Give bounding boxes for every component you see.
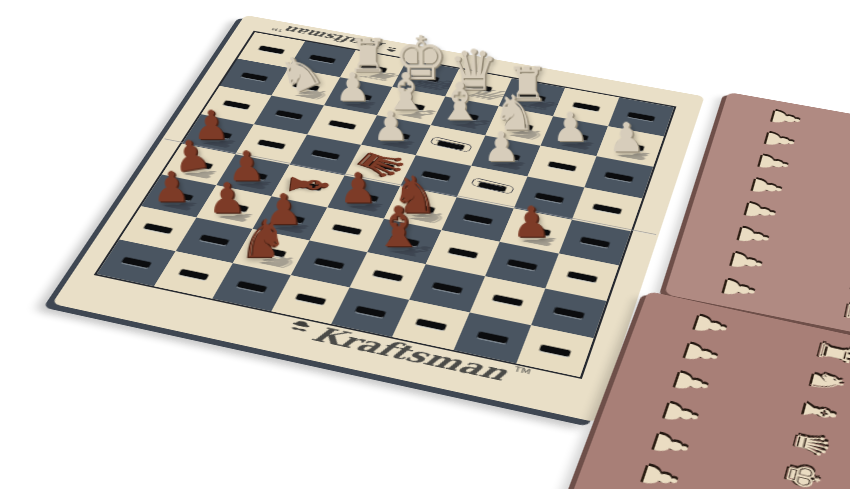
piece-slot [373, 270, 403, 281]
paperclip-cutout [429, 136, 473, 152]
piece-slot [329, 120, 356, 129]
piece-slot [200, 235, 229, 246]
piece-slot [241, 73, 267, 82]
piece-slot [554, 307, 585, 319]
tray-cutout-bishop: ♝ [796, 396, 840, 428]
paperclip-cutout [470, 177, 515, 194]
tray-cutout-pawn: ♟ [747, 175, 785, 199]
piece-slot [312, 150, 340, 160]
tray-cutout-queen: ♛ [788, 427, 833, 460]
trademark-symbol: TM [271, 27, 283, 33]
product-photo-scene: Kraftsman TM ♜♜♚♚♛♛♜♜♞♞♟♟♝♝♝♝♞♞♟♟♟♟♟♟♟♟♟… [0, 0, 850, 489]
tray-cutout-rook: ♜ [812, 338, 850, 368]
piece-slot [355, 306, 386, 318]
piece-slot [314, 258, 344, 269]
tray-cutout-pawn: ♟ [688, 311, 731, 340]
piece-slot [567, 271, 597, 282]
tray-cutout-pawn: ♟ [733, 223, 773, 249]
board-grid: ♜♜♚♚♛♛♜♜♞♞♟♟♝♝♝♝♞♞♟♟♟♟♟♟♟♟♟♟♛♟♟♟♟♝♟♟♞♞♟♟… [94, 31, 677, 379]
tray-cutout-pawn: ♟ [658, 398, 703, 430]
tray-cutout-pawn: ♟ [636, 460, 683, 489]
piece-slot [179, 269, 209, 280]
cream-knight-b7[interactable]: ♞ [272, 50, 327, 98]
piece-slot [432, 282, 462, 293]
tray-cutout-pawn: ♟ [767, 107, 804, 129]
tray-cutout-king: ♚ [779, 459, 825, 489]
piece-slot [122, 257, 152, 268]
piece-slot [477, 332, 508, 344]
piece-slot [332, 224, 361, 234]
piece-slot [593, 204, 622, 214]
tray-cutout-pawn: ♟ [718, 275, 759, 302]
chess-board: Kraftsman TM ♜♜♚♚♛♛♜♜♞♞♟♟♝♝♝♝♞♞♟♟♟♟♟♟♟♟♟… [52, 15, 705, 422]
tray-cutout-pawn: ♟ [647, 428, 693, 461]
tray-cutout-pawn: ♟ [740, 199, 779, 224]
cream-pawn-g7[interactable]: ♟ [541, 107, 598, 147]
red-knight-c2[interactable]: ♞ [233, 212, 294, 265]
cream-pawn-c7[interactable]: ♟ [325, 68, 380, 107]
piece-slot [493, 295, 523, 306]
cream-pawn-d6[interactable]: ♟ [362, 106, 419, 146]
piece-slot [463, 214, 492, 224]
piece-slot [144, 223, 173, 233]
tray-cutout-rook: ♜ [840, 299, 850, 327]
tray-cutout-pawn: ♟ [668, 368, 712, 399]
tray-cutout-pawn: ♟ [678, 339, 722, 369]
bowler-hat-man-icon [283, 316, 315, 343]
piece-slot [605, 172, 633, 182]
red-bishop-e3[interactable]: ♝ [368, 198, 429, 254]
piece-slot [507, 259, 537, 270]
piece-slot [296, 294, 326, 305]
piece-slot [548, 162, 576, 172]
tray-cutout-knight: ♞ [805, 367, 848, 398]
cream-pawn-h7[interactable]: ♟ [597, 117, 654, 158]
tray-cutout-knight: ♞ [846, 272, 850, 299]
piece-slot [276, 110, 303, 119]
cream-pawn-f6[interactable]: ♟ [472, 127, 530, 168]
trademark-symbol: TM [513, 365, 532, 376]
red-pawn-g4[interactable]: ♟ [501, 201, 561, 244]
piece-slot [237, 281, 267, 292]
piece-slot [416, 319, 447, 331]
piece-slot [540, 345, 571, 357]
red-pawn-a3[interactable]: ♟ [142, 166, 201, 208]
piece-slot [448, 248, 477, 259]
piece-slot [580, 237, 609, 248]
tray-cutout-pawn: ♟ [760, 129, 797, 152]
cream-bishop-e7[interactable]: ♝ [432, 75, 488, 127]
tray-cutout-pawn: ♟ [725, 249, 765, 276]
tray-cutout-pawn: ♟ [754, 152, 792, 176]
